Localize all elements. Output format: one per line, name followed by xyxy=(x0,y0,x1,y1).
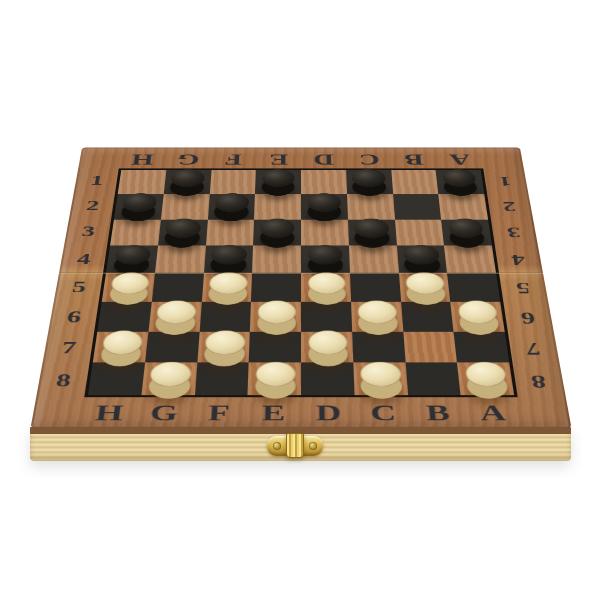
square-A7[interactable] xyxy=(454,331,510,362)
white-checker-H5[interactable] xyxy=(110,272,151,294)
square-G5[interactable] xyxy=(152,273,204,302)
square-A3[interactable] xyxy=(441,219,492,245)
square-A1[interactable] xyxy=(436,170,485,194)
box-front-panel xyxy=(30,427,571,461)
white-checker-C8[interactable] xyxy=(360,362,402,387)
square-G1[interactable] xyxy=(164,170,212,194)
square-E3[interactable] xyxy=(253,219,301,245)
file-label-bottom-B: B xyxy=(410,400,467,426)
square-B7[interactable] xyxy=(403,331,457,362)
file-label-bottom-H: H xyxy=(80,400,138,426)
rank-label-left-7: 7 xyxy=(49,332,89,364)
black-checker-H4[interactable] xyxy=(114,245,152,265)
square-F4[interactable] xyxy=(204,246,254,273)
clasp-screw-right xyxy=(309,442,317,450)
rank-label-right-7: 7 xyxy=(513,332,553,364)
square-H8[interactable] xyxy=(88,363,145,396)
rank-label-left-5: 5 xyxy=(60,273,98,302)
square-E5[interactable] xyxy=(251,273,301,302)
square-A2[interactable] xyxy=(438,194,488,219)
square-B3[interactable] xyxy=(395,219,445,245)
white-checker-B5[interactable] xyxy=(405,272,445,294)
square-B6[interactable] xyxy=(401,302,454,332)
black-checker-D2[interactable] xyxy=(307,193,341,211)
square-B5[interactable] xyxy=(399,273,451,302)
square-B4[interactable] xyxy=(396,246,447,273)
square-H7[interactable] xyxy=(93,331,149,362)
square-E4[interactable] xyxy=(252,246,301,273)
rank-label-right-3: 3 xyxy=(496,219,532,246)
file-label-top-C: C xyxy=(346,151,392,168)
square-H5[interactable] xyxy=(102,273,155,302)
square-G6[interactable] xyxy=(148,302,201,332)
board-frame: HGFEDCBA HGFEDCBA 12345678 12345678 xyxy=(30,147,571,428)
square-H6[interactable] xyxy=(97,302,151,332)
white-checker-D5[interactable] xyxy=(308,272,346,294)
square-C2[interactable] xyxy=(347,194,395,219)
board-grid xyxy=(84,168,517,397)
file-label-top-F: F xyxy=(210,151,256,168)
square-F1[interactable] xyxy=(209,170,256,194)
black-checker-A3[interactable] xyxy=(448,219,485,238)
white-checker-E8[interactable] xyxy=(255,362,296,387)
white-checker-H7[interactable] xyxy=(101,330,144,354)
file-label-bottom-F: F xyxy=(190,400,246,426)
file-label-bottom-E: E xyxy=(246,400,301,426)
rank-label-right-6: 6 xyxy=(508,302,547,332)
square-C7[interactable] xyxy=(352,331,405,362)
square-G7[interactable] xyxy=(145,331,199,362)
black-checker-G3[interactable] xyxy=(165,219,201,238)
white-checker-E6[interactable] xyxy=(257,301,296,324)
rank-label-right-4: 4 xyxy=(500,245,537,273)
square-A4[interactable] xyxy=(444,246,496,273)
black-checker-F2[interactable] xyxy=(214,193,249,211)
square-D6[interactable] xyxy=(301,302,352,332)
file-label-top-D: D xyxy=(301,151,347,168)
rank-label-left-4: 4 xyxy=(65,245,102,273)
square-B2[interactable] xyxy=(393,194,442,219)
square-F2[interactable] xyxy=(207,194,255,219)
square-A6[interactable] xyxy=(450,302,504,332)
square-E6[interactable] xyxy=(250,302,301,332)
rank-label-left-8: 8 xyxy=(43,364,84,397)
rank-label-left-3: 3 xyxy=(70,219,106,246)
square-C1[interactable] xyxy=(346,170,393,194)
white-checker-C6[interactable] xyxy=(357,301,397,324)
square-E2[interactable] xyxy=(254,194,301,219)
black-checker-H2[interactable] xyxy=(121,193,157,211)
square-D4[interactable] xyxy=(301,246,350,273)
black-checker-D4[interactable] xyxy=(307,245,342,265)
square-C8[interactable] xyxy=(353,363,407,396)
clasp-screw-left xyxy=(273,442,281,450)
rank-label-left-6: 6 xyxy=(54,302,93,332)
black-checker-B4[interactable] xyxy=(403,245,440,265)
file-labels-top: HGFEDCBA xyxy=(119,151,483,167)
square-D8[interactable] xyxy=(301,363,354,396)
square-F7[interactable] xyxy=(197,331,250,362)
file-label-top-B: B xyxy=(391,151,438,168)
brass-clasp xyxy=(267,436,323,456)
black-checker-E3[interactable] xyxy=(260,219,295,238)
square-C4[interactable] xyxy=(349,246,399,273)
square-C6[interactable] xyxy=(351,302,403,332)
rank-label-left-1: 1 xyxy=(79,168,114,193)
square-D2[interactable] xyxy=(301,194,348,219)
square-H4[interactable] xyxy=(106,246,158,273)
square-F3[interactable] xyxy=(206,219,255,245)
checkers-board: HGFEDCBA HGFEDCBA 12345678 12345678 xyxy=(30,147,571,428)
black-checker-A1[interactable] xyxy=(442,169,477,187)
rank-label-right-1: 1 xyxy=(488,168,523,193)
rank-label-left-2: 2 xyxy=(75,193,111,219)
square-G2[interactable] xyxy=(161,194,210,219)
square-E7[interactable] xyxy=(249,331,301,362)
square-C3[interactable] xyxy=(348,219,397,245)
square-D5[interactable] xyxy=(301,273,351,302)
white-checker-F5[interactable] xyxy=(209,272,248,294)
white-checker-F7[interactable] xyxy=(204,330,245,354)
rank-label-right-2: 2 xyxy=(492,193,528,219)
square-A8[interactable] xyxy=(457,363,514,396)
square-D3[interactable] xyxy=(301,219,349,245)
file-label-bottom-G: G xyxy=(135,400,192,426)
file-label-bottom-D: D xyxy=(301,400,356,426)
file-label-top-A: A xyxy=(436,151,483,168)
square-D7[interactable] xyxy=(301,331,353,362)
square-C5[interactable] xyxy=(350,273,401,302)
clasp-latch xyxy=(286,433,304,458)
square-E8[interactable] xyxy=(248,363,301,396)
square-B1[interactable] xyxy=(391,170,439,194)
file-label-bottom-C: C xyxy=(355,400,411,426)
file-label-top-E: E xyxy=(255,151,301,168)
square-H3[interactable] xyxy=(110,219,161,245)
black-checker-F4[interactable] xyxy=(211,245,247,265)
black-checker-G1[interactable] xyxy=(170,169,205,187)
square-D1[interactable] xyxy=(301,170,347,194)
square-B8[interactable] xyxy=(405,363,461,396)
black-checker-C1[interactable] xyxy=(352,169,386,187)
product-photo-checkers-set: HGFEDCBA HGFEDCBA 12345678 12345678 xyxy=(0,0,600,600)
square-H2[interactable] xyxy=(114,194,164,219)
file-labels-bottom: HGFEDCBA xyxy=(80,400,522,425)
white-checker-D7[interactable] xyxy=(308,330,348,354)
black-checker-C3[interactable] xyxy=(354,219,389,238)
square-H1[interactable] xyxy=(118,170,167,194)
square-A5[interactable] xyxy=(447,273,500,302)
white-checker-A8[interactable] xyxy=(464,362,508,387)
file-label-top-G: G xyxy=(164,151,211,168)
white-checker-A6[interactable] xyxy=(457,301,499,324)
white-checker-G8[interactable] xyxy=(149,362,192,387)
rank-label-right-8: 8 xyxy=(518,364,559,397)
square-F5[interactable] xyxy=(201,273,252,302)
file-label-bottom-A: A xyxy=(464,400,522,426)
square-F8[interactable] xyxy=(194,363,248,396)
black-checker-E1[interactable] xyxy=(262,169,295,187)
square-E1[interactable] xyxy=(255,170,301,194)
square-G3[interactable] xyxy=(158,219,208,245)
square-G4[interactable] xyxy=(155,246,206,273)
square-G8[interactable] xyxy=(141,363,197,396)
square-F6[interactable] xyxy=(199,302,251,332)
rank-label-right-5: 5 xyxy=(504,273,542,302)
white-checker-G6[interactable] xyxy=(156,301,197,324)
file-label-top-H: H xyxy=(119,151,166,168)
